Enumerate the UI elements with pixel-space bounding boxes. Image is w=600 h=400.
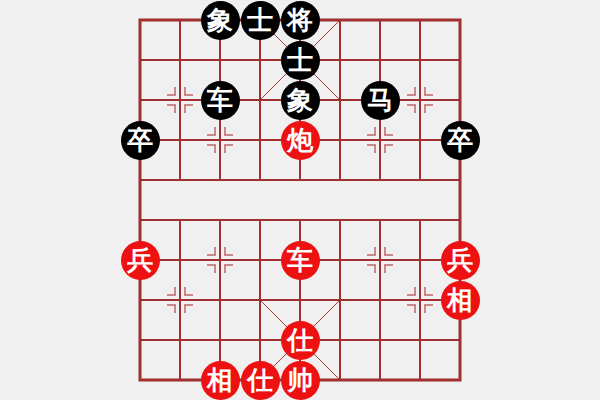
red-elephant[interactable]: 相 (201, 361, 240, 400)
xiangqi-board[interactable]: 象士将士车象马卒炮卒兵车兵相仕相仕帅 (120, 0, 480, 400)
black-elephant[interactable]: 象 (281, 81, 320, 120)
black-soldier[interactable]: 卒 (121, 121, 160, 160)
red-cannon[interactable]: 炮 (281, 121, 320, 160)
red-soldier[interactable]: 兵 (441, 241, 480, 280)
red-chariot[interactable]: 车 (281, 241, 320, 280)
black-soldier[interactable]: 卒 (441, 121, 480, 160)
red-elephant[interactable]: 相 (441, 281, 480, 320)
black-horse[interactable]: 马 (361, 81, 400, 120)
black-elephant[interactable]: 象 (201, 1, 240, 40)
black-advisor[interactable]: 士 (241, 1, 280, 40)
black-advisor[interactable]: 士 (281, 41, 320, 80)
red-advisor[interactable]: 仕 (281, 321, 320, 360)
black-chariot[interactable]: 车 (201, 81, 240, 120)
screen-background: 象士将士车象马卒炮卒兵车兵相仕相仕帅 (0, 0, 600, 400)
red-general[interactable]: 帅 (281, 361, 320, 400)
black-general[interactable]: 将 (281, 1, 320, 40)
red-advisor[interactable]: 仕 (241, 361, 280, 400)
red-soldier[interactable]: 兵 (121, 241, 160, 280)
